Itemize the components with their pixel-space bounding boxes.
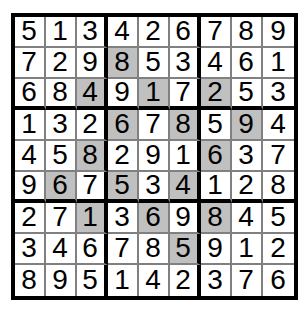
cell-r2c6: 3 xyxy=(170,48,201,79)
cell-digit: 9 xyxy=(238,110,254,138)
cell-digit: 8 xyxy=(52,78,68,106)
cell-r9c9: 6 xyxy=(263,265,294,296)
cell-digit: 1 xyxy=(175,141,191,169)
page: 5134267897298534616849172531326785944582… xyxy=(0,0,308,313)
cell-r5c4: 2 xyxy=(108,141,139,172)
cell-r6c8: 2 xyxy=(232,172,263,203)
cell-r3c1: 6 xyxy=(15,79,46,110)
cell-digit: 9 xyxy=(52,266,68,294)
cell-digit: 9 xyxy=(21,171,37,199)
cell-r5c9: 7 xyxy=(263,141,294,172)
cell-r8c4: 7 xyxy=(108,234,139,265)
cell-digit: 3 xyxy=(270,78,286,106)
cell-r6c9: 8 xyxy=(263,172,294,203)
cell-r4c9: 4 xyxy=(263,110,294,141)
cell-r9c8: 7 xyxy=(232,265,263,296)
cell-digit: 1 xyxy=(52,17,68,45)
cell-r6c3: 7 xyxy=(77,172,108,203)
cell-digit: 6 xyxy=(114,110,130,138)
cell-r4c8: 9 xyxy=(232,110,263,141)
cell-digit: 1 xyxy=(207,171,223,199)
cell-r4c2: 3 xyxy=(46,110,77,141)
cell-r6c1: 9 xyxy=(15,172,46,203)
cell-r1c8: 8 xyxy=(232,17,263,48)
cell-r7c5: 6 xyxy=(139,203,170,234)
cell-r2c8: 6 xyxy=(232,48,263,79)
cell-r1c3: 3 xyxy=(77,17,108,48)
cell-r3c7: 2 xyxy=(201,79,232,110)
cell-r2c2: 2 xyxy=(46,48,77,79)
cell-digit: 5 xyxy=(175,234,191,262)
cell-digit: 8 xyxy=(82,141,98,169)
cell-r7c7: 8 xyxy=(201,203,232,234)
cell-r1c4: 4 xyxy=(108,17,139,48)
cell-digit: 8 xyxy=(21,266,37,294)
cell-digit: 2 xyxy=(238,171,254,199)
cell-digit: 7 xyxy=(21,48,37,76)
cell-digit: 5 xyxy=(207,110,223,138)
cell-r2c1: 7 xyxy=(15,48,46,79)
cell-r1c1: 5 xyxy=(15,17,46,48)
cell-r3c4: 9 xyxy=(108,79,139,110)
cell-r7c9: 5 xyxy=(263,203,294,234)
cell-digit: 1 xyxy=(82,203,98,231)
cell-digit: 9 xyxy=(270,17,286,45)
cell-digit: 4 xyxy=(145,266,161,294)
cell-r4c5: 7 xyxy=(139,110,170,141)
cell-digit: 2 xyxy=(21,203,37,231)
cell-r3c5: 1 xyxy=(139,79,170,110)
cell-digit: 4 xyxy=(270,110,286,138)
cell-r8c3: 6 xyxy=(77,234,108,265)
cell-r9c7: 3 xyxy=(201,265,232,296)
cell-digit: 5 xyxy=(270,203,286,231)
cell-digit: 7 xyxy=(114,234,130,262)
cell-r6c7: 1 xyxy=(201,172,232,203)
cell-digit: 8 xyxy=(270,171,286,199)
cell-r2c3: 9 xyxy=(77,48,108,79)
cell-r2c9: 1 xyxy=(263,48,294,79)
cell-digit: 2 xyxy=(114,141,130,169)
cell-r1c7: 7 xyxy=(201,17,232,48)
cell-digit: 6 xyxy=(238,48,254,76)
cell-r8c7: 9 xyxy=(201,234,232,265)
cell-r7c1: 2 xyxy=(15,203,46,234)
cell-r8c8: 1 xyxy=(232,234,263,265)
cell-r5c5: 9 xyxy=(139,141,170,172)
cell-r8c9: 2 xyxy=(263,234,294,265)
cell-digit: 9 xyxy=(82,48,98,76)
cell-r9c3: 5 xyxy=(77,265,108,296)
cell-digit: 6 xyxy=(207,141,223,169)
cell-r4c1: 1 xyxy=(15,110,46,141)
cell-r6c2: 6 xyxy=(46,172,77,203)
cell-digit: 7 xyxy=(207,17,223,45)
cell-r9c5: 4 xyxy=(139,265,170,296)
cell-r7c4: 3 xyxy=(108,203,139,234)
cell-r9c6: 2 xyxy=(170,265,201,296)
cell-digit: 3 xyxy=(52,110,68,138)
cell-r4c3: 2 xyxy=(77,110,108,141)
cell-r3c3: 4 xyxy=(77,79,108,110)
cell-digit: 4 xyxy=(52,234,68,262)
cell-digit: 3 xyxy=(175,48,191,76)
cell-r1c6: 6 xyxy=(170,17,201,48)
cell-r8c6: 5 xyxy=(170,234,201,265)
cell-r3c6: 7 xyxy=(170,79,201,110)
cell-digit: 7 xyxy=(52,203,68,231)
cell-digit: 2 xyxy=(82,110,98,138)
cell-digit: 9 xyxy=(207,234,223,262)
cell-digit: 4 xyxy=(207,48,223,76)
cell-r2c7: 4 xyxy=(201,48,232,79)
cell-r3c2: 8 xyxy=(46,79,77,110)
cell-r5c7: 6 xyxy=(201,141,232,172)
cell-r7c6: 9 xyxy=(170,203,201,234)
cell-digit: 1 xyxy=(145,78,161,106)
cell-digit: 4 xyxy=(114,17,130,45)
cell-digit: 8 xyxy=(114,48,130,76)
cell-digit: 4 xyxy=(175,171,191,199)
cell-r9c4: 1 xyxy=(108,265,139,296)
cell-digit: 9 xyxy=(114,78,130,106)
cell-digit: 5 xyxy=(145,48,161,76)
cell-r4c4: 6 xyxy=(108,110,139,141)
cell-r7c3: 1 xyxy=(77,203,108,234)
cell-r7c8: 4 xyxy=(232,203,263,234)
cell-r1c2: 1 xyxy=(46,17,77,48)
cell-r4c6: 8 xyxy=(170,110,201,141)
cell-digit: 5 xyxy=(21,17,37,45)
cell-digit: 2 xyxy=(207,78,223,106)
cell-digit: 9 xyxy=(145,141,161,169)
cell-r4c7: 5 xyxy=(201,110,232,141)
cell-r3c9: 3 xyxy=(263,79,294,110)
cell-digit: 7 xyxy=(175,78,191,106)
cell-r6c6: 4 xyxy=(170,172,201,203)
cell-r9c2: 9 xyxy=(46,265,77,296)
cell-r8c1: 3 xyxy=(15,234,46,265)
cell-r5c1: 4 xyxy=(15,141,46,172)
cell-digit: 1 xyxy=(114,266,130,294)
cell-digit: 4 xyxy=(21,141,37,169)
cell-r2c5: 5 xyxy=(139,48,170,79)
cell-digit: 8 xyxy=(207,203,223,231)
cell-digit: 3 xyxy=(145,171,161,199)
cell-digit: 1 xyxy=(270,48,286,76)
cell-digit: 2 xyxy=(270,234,286,262)
cell-r5c2: 5 xyxy=(46,141,77,172)
cell-digit: 4 xyxy=(238,203,254,231)
cell-digit: 5 xyxy=(114,171,130,199)
cell-digit: 4 xyxy=(82,78,98,106)
cell-r1c9: 9 xyxy=(263,17,294,48)
cell-r5c3: 8 xyxy=(77,141,108,172)
cell-r9c1: 8 xyxy=(15,265,46,296)
cell-digit: 6 xyxy=(82,234,98,262)
cell-digit: 9 xyxy=(175,203,191,231)
cell-digit: 3 xyxy=(21,234,37,262)
cell-r6c5: 3 xyxy=(139,172,170,203)
cell-digit: 7 xyxy=(82,171,98,199)
cell-digit: 1 xyxy=(21,110,37,138)
cell-digit: 7 xyxy=(145,110,161,138)
cell-digit: 6 xyxy=(270,266,286,294)
cell-digit: 5 xyxy=(82,266,98,294)
cell-digit: 3 xyxy=(207,266,223,294)
cell-r6c4: 5 xyxy=(108,172,139,203)
cell-r8c2: 4 xyxy=(46,234,77,265)
cell-digit: 2 xyxy=(175,266,191,294)
cell-digit: 8 xyxy=(238,17,254,45)
sudoku-board: 5134267897298534616849172531326785944582… xyxy=(11,13,298,300)
cell-digit: 5 xyxy=(238,78,254,106)
cell-digit: 7 xyxy=(238,266,254,294)
cell-r1c5: 2 xyxy=(139,17,170,48)
cell-r2c4: 8 xyxy=(108,48,139,79)
cell-digit: 6 xyxy=(21,78,37,106)
cell-r5c8: 3 xyxy=(232,141,263,172)
cell-r7c2: 7 xyxy=(46,203,77,234)
cell-digit: 8 xyxy=(175,110,191,138)
cell-r3c8: 5 xyxy=(232,79,263,110)
cell-r5c6: 1 xyxy=(170,141,201,172)
cell-digit: 3 xyxy=(114,203,130,231)
cell-digit: 6 xyxy=(52,171,68,199)
cell-digit: 8 xyxy=(145,234,161,262)
cell-digit: 7 xyxy=(270,141,286,169)
cell-digit: 1 xyxy=(238,234,254,262)
cell-r8c5: 8 xyxy=(139,234,170,265)
cell-digit: 6 xyxy=(175,17,191,45)
cell-digit: 2 xyxy=(52,48,68,76)
cell-digit: 5 xyxy=(52,141,68,169)
cell-digit: 2 xyxy=(145,17,161,45)
cell-digit: 6 xyxy=(145,203,161,231)
cell-digit: 3 xyxy=(82,17,98,45)
cell-digit: 3 xyxy=(238,141,254,169)
